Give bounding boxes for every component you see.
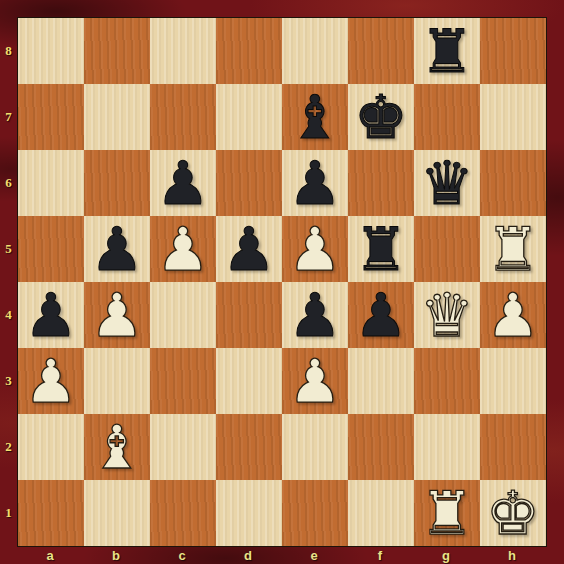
file-label-d: d <box>238 549 258 562</box>
square-c3[interactable] <box>150 348 216 414</box>
square-f7[interactable]: ♚ <box>348 84 414 150</box>
square-g5[interactable] <box>414 216 480 282</box>
square-f8[interactable] <box>348 18 414 84</box>
rank-label-1: 1 <box>0 506 17 519</box>
square-a5[interactable] <box>18 216 84 282</box>
square-d2[interactable] <box>216 414 282 480</box>
square-c4[interactable] <box>150 282 216 348</box>
square-c5[interactable]: ♟ <box>150 216 216 282</box>
square-f4[interactable]: ♟ <box>348 282 414 348</box>
square-h4[interactable]: ♟ <box>480 282 546 348</box>
square-b2[interactable]: ♝ <box>84 414 150 480</box>
file-label-c: c <box>172 549 192 562</box>
black-pawn-d5[interactable]: ♟ <box>216 216 282 282</box>
board-frame: ♜♝♚♟♟♛♟♟♟♟♜♜♟♟♟♟♛♟♟♟♝♜♚ 87654321 abcdefg… <box>0 0 564 564</box>
black-rook-f5[interactable]: ♜ <box>348 216 414 282</box>
square-a4[interactable]: ♟ <box>18 282 84 348</box>
square-g1[interactable]: ♜ <box>414 480 480 546</box>
black-bishop-e7[interactable]: ♝ <box>282 84 348 150</box>
square-f2[interactable] <box>348 414 414 480</box>
square-c6[interactable]: ♟ <box>150 150 216 216</box>
square-b5[interactable]: ♟ <box>84 216 150 282</box>
square-e7[interactable]: ♝ <box>282 84 348 150</box>
square-e8[interactable] <box>282 18 348 84</box>
square-a7[interactable] <box>18 84 84 150</box>
rank-label-6: 6 <box>0 176 17 189</box>
square-d1[interactable] <box>216 480 282 546</box>
square-e6[interactable]: ♟ <box>282 150 348 216</box>
square-f6[interactable] <box>348 150 414 216</box>
square-c8[interactable] <box>150 18 216 84</box>
square-b8[interactable] <box>84 18 150 84</box>
square-b4[interactable]: ♟ <box>84 282 150 348</box>
black-pawn-c6[interactable]: ♟ <box>150 150 216 216</box>
black-pawn-a4[interactable]: ♟ <box>18 282 84 348</box>
file-label-g: g <box>436 549 456 562</box>
black-pawn-e6[interactable]: ♟ <box>282 150 348 216</box>
black-queen-g6[interactable]: ♛ <box>414 150 480 216</box>
square-b7[interactable] <box>84 84 150 150</box>
square-g3[interactable] <box>414 348 480 414</box>
rank-label-7: 7 <box>0 110 17 123</box>
black-pawn-b5[interactable]: ♟ <box>84 216 150 282</box>
white-pawn-a3[interactable]: ♟ <box>18 348 84 414</box>
square-e2[interactable] <box>282 414 348 480</box>
square-a3[interactable]: ♟ <box>18 348 84 414</box>
square-e4[interactable]: ♟ <box>282 282 348 348</box>
square-b1[interactable] <box>84 480 150 546</box>
rank-label-8: 8 <box>0 44 17 57</box>
file-label-a: a <box>40 549 60 562</box>
square-g6[interactable]: ♛ <box>414 150 480 216</box>
black-rook-g8[interactable]: ♜ <box>414 18 480 84</box>
white-pawn-b4[interactable]: ♟ <box>84 282 150 348</box>
square-a8[interactable] <box>18 18 84 84</box>
square-d5[interactable]: ♟ <box>216 216 282 282</box>
square-g8[interactable]: ♜ <box>414 18 480 84</box>
square-h5[interactable]: ♜ <box>480 216 546 282</box>
square-f5[interactable]: ♜ <box>348 216 414 282</box>
square-a6[interactable] <box>18 150 84 216</box>
black-pawn-f4[interactable]: ♟ <box>348 282 414 348</box>
square-d8[interactable] <box>216 18 282 84</box>
square-b6[interactable] <box>84 150 150 216</box>
white-king-h1[interactable]: ♚ <box>480 480 546 546</box>
square-d6[interactable] <box>216 150 282 216</box>
white-rook-h5[interactable]: ♜ <box>480 216 546 282</box>
square-e1[interactable] <box>282 480 348 546</box>
file-label-h: h <box>502 549 522 562</box>
rank-label-3: 3 <box>0 374 17 387</box>
square-g4[interactable]: ♛ <box>414 282 480 348</box>
black-king-f7[interactable]: ♚ <box>348 84 414 150</box>
square-f1[interactable] <box>348 480 414 546</box>
black-pawn-e4[interactable]: ♟ <box>282 282 348 348</box>
rank-label-4: 4 <box>0 308 17 321</box>
square-g7[interactable] <box>414 84 480 150</box>
square-h7[interactable] <box>480 84 546 150</box>
square-b3[interactable] <box>84 348 150 414</box>
square-a1[interactable] <box>18 480 84 546</box>
white-bishop-b2[interactable]: ♝ <box>84 414 150 480</box>
square-c1[interactable] <box>150 480 216 546</box>
square-h8[interactable] <box>480 18 546 84</box>
white-pawn-e5[interactable]: ♟ <box>282 216 348 282</box>
white-queen-g4[interactable]: ♛ <box>414 282 480 348</box>
square-e3[interactable]: ♟ <box>282 348 348 414</box>
square-f3[interactable] <box>348 348 414 414</box>
white-pawn-c5[interactable]: ♟ <box>150 216 216 282</box>
white-pawn-h4[interactable]: ♟ <box>480 282 546 348</box>
square-g2[interactable] <box>414 414 480 480</box>
square-h2[interactable] <box>480 414 546 480</box>
white-rook-g1[interactable]: ♜ <box>414 480 480 546</box>
square-a2[interactable] <box>18 414 84 480</box>
square-d3[interactable] <box>216 348 282 414</box>
square-d4[interactable] <box>216 282 282 348</box>
rank-label-2: 2 <box>0 440 17 453</box>
rank-label-5: 5 <box>0 242 17 255</box>
white-pawn-e3[interactable]: ♟ <box>282 348 348 414</box>
file-label-b: b <box>106 549 126 562</box>
square-c7[interactable] <box>150 84 216 150</box>
square-d7[interactable] <box>216 84 282 150</box>
file-label-e: e <box>304 549 324 562</box>
square-c2[interactable] <box>150 414 216 480</box>
square-h1[interactable]: ♚ <box>480 480 546 546</box>
square-h6[interactable] <box>480 150 546 216</box>
file-label-f: f <box>370 549 390 562</box>
chess-board: ♜♝♚♟♟♛♟♟♟♟♜♜♟♟♟♟♛♟♟♟♝♜♚ <box>17 17 547 547</box>
square-h3[interactable] <box>480 348 546 414</box>
square-e5[interactable]: ♟ <box>282 216 348 282</box>
